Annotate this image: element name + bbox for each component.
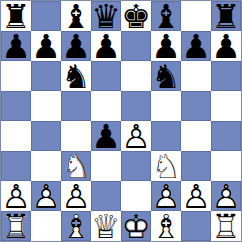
square-g6[interactable] bbox=[181, 61, 211, 91]
square-b6[interactable] bbox=[31, 61, 61, 91]
pawn-icon: ♟ bbox=[91, 30, 121, 63]
square-h1[interactable]: ♜♖ bbox=[211, 211, 241, 241]
pawn-icon: ♟ bbox=[211, 30, 241, 63]
bishop-icon: ♗ bbox=[151, 210, 181, 242]
rook-icon: ♖ bbox=[211, 210, 241, 242]
square-e6[interactable] bbox=[121, 61, 151, 91]
piece-black-king-e8[interactable]: ♚ bbox=[121, 1, 151, 31]
square-h5[interactable] bbox=[211, 91, 241, 121]
piece-white-bishop-f1[interactable]: ♝♗ bbox=[151, 211, 181, 241]
square-d6[interactable] bbox=[91, 61, 121, 91]
piece-white-pawn-b2[interactable]: ♟♙ bbox=[31, 181, 61, 211]
knight-icon: ♞ bbox=[151, 60, 181, 93]
square-a1[interactable]: ♜♖ bbox=[1, 211, 31, 241]
piece-white-rook-a1[interactable]: ♜♖ bbox=[1, 211, 31, 241]
piece-black-pawn-b7[interactable]: ♟ bbox=[31, 31, 61, 61]
square-c5[interactable] bbox=[61, 91, 91, 121]
piece-black-pawn-g7[interactable]: ♟ bbox=[181, 31, 211, 61]
rook-icon: ♖ bbox=[1, 210, 31, 242]
piece-black-pawn-d7[interactable]: ♟ bbox=[91, 31, 121, 61]
piece-white-pawn-g2[interactable]: ♟♙ bbox=[181, 181, 211, 211]
square-g7[interactable]: ♟ bbox=[181, 31, 211, 61]
square-e8[interactable]: ♚ bbox=[121, 1, 151, 31]
piece-white-king-e1[interactable]: ♚♔ bbox=[121, 211, 151, 241]
square-b7[interactable]: ♟ bbox=[31, 31, 61, 61]
chess-board: ♜♝♛♚♝♜♟♟♟♟♟♟♟♞♞♟♟♙♞♘♞♘♟♙♟♙♟♙♟♙♟♙♟♙♜♖♝♗♛♕… bbox=[0, 0, 242, 242]
square-e4[interactable]: ♟♙ bbox=[121, 121, 151, 151]
piece-black-pawn-d4[interactable]: ♟ bbox=[91, 121, 121, 151]
square-a4[interactable] bbox=[1, 121, 31, 151]
square-h6[interactable] bbox=[211, 61, 241, 91]
piece-white-pawn-e4[interactable]: ♟♙ bbox=[121, 121, 151, 151]
knight-icon: ♞ bbox=[61, 60, 91, 93]
square-a5[interactable] bbox=[1, 91, 31, 121]
piece-white-bishop-c1[interactable]: ♝♗ bbox=[61, 211, 91, 241]
pawn-icon: ♟ bbox=[181, 30, 211, 63]
pawn-icon: ♙ bbox=[181, 180, 211, 213]
piece-black-knight-c6[interactable]: ♞ bbox=[61, 61, 91, 91]
square-e3[interactable] bbox=[121, 151, 151, 181]
piece-black-pawn-h7[interactable]: ♟ bbox=[211, 31, 241, 61]
square-g4[interactable] bbox=[181, 121, 211, 151]
square-a6[interactable] bbox=[1, 61, 31, 91]
square-d4[interactable]: ♟ bbox=[91, 121, 121, 151]
square-b4[interactable] bbox=[31, 121, 61, 151]
square-d7[interactable]: ♟ bbox=[91, 31, 121, 61]
square-c1[interactable]: ♝♗ bbox=[61, 211, 91, 241]
pawn-icon: ♟ bbox=[91, 120, 121, 153]
square-g5[interactable] bbox=[181, 91, 211, 121]
square-g2[interactable]: ♟♙ bbox=[181, 181, 211, 211]
piece-black-pawn-a7[interactable]: ♟ bbox=[1, 31, 31, 61]
queen-icon: ♕ bbox=[91, 210, 121, 242]
square-b2[interactable]: ♟♙ bbox=[31, 181, 61, 211]
square-d3[interactable] bbox=[91, 151, 121, 181]
square-g1[interactable] bbox=[181, 211, 211, 241]
square-a7[interactable]: ♟ bbox=[1, 31, 31, 61]
piece-white-queen-d1[interactable]: ♛♕ bbox=[91, 211, 121, 241]
square-b5[interactable] bbox=[31, 91, 61, 121]
square-f1[interactable]: ♝♗ bbox=[151, 211, 181, 241]
square-c6[interactable]: ♞ bbox=[61, 61, 91, 91]
square-d1[interactable]: ♛♕ bbox=[91, 211, 121, 241]
pawn-icon: ♙ bbox=[121, 120, 151, 153]
square-b1[interactable] bbox=[31, 211, 61, 241]
piece-black-knight-f6[interactable]: ♞ bbox=[151, 61, 181, 91]
square-f6[interactable]: ♞ bbox=[151, 61, 181, 91]
square-f5[interactable] bbox=[151, 91, 181, 121]
bishop-icon: ♗ bbox=[61, 210, 91, 242]
pawn-icon: ♙ bbox=[31, 180, 61, 213]
square-e7[interactable] bbox=[121, 31, 151, 61]
king-icon: ♚ bbox=[121, 0, 151, 33]
pawn-icon: ♟ bbox=[31, 30, 61, 63]
square-e1[interactable]: ♚♔ bbox=[121, 211, 151, 241]
square-h7[interactable]: ♟ bbox=[211, 31, 241, 61]
king-icon: ♔ bbox=[121, 210, 151, 242]
piece-white-rook-h1[interactable]: ♜♖ bbox=[211, 211, 241, 241]
square-h4[interactable] bbox=[211, 121, 241, 151]
pawn-icon: ♟ bbox=[1, 30, 31, 63]
